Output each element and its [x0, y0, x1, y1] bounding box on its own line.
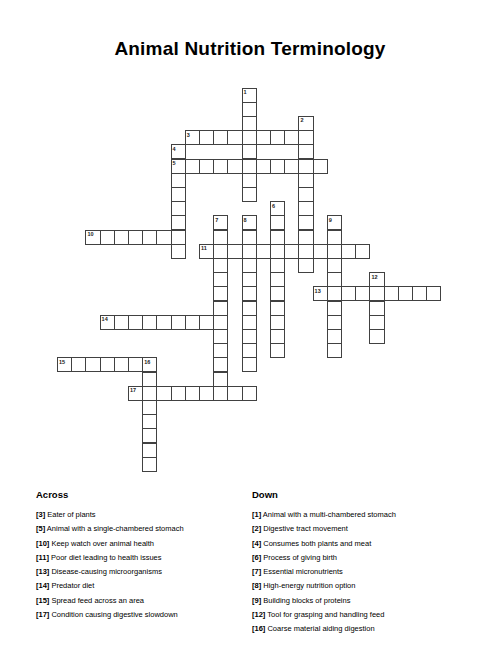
cell-r12-c17[interactable] — [298, 258, 313, 273]
cell-r16-c10[interactable] — [199, 315, 214, 330]
cell-r14-c13[interactable] — [242, 286, 257, 301]
cell-r7-c8[interactable] — [171, 187, 186, 202]
cell-r10-c4[interactable] — [114, 230, 129, 245]
cell-r5-c13[interactable] — [242, 159, 257, 174]
cell-r22-c6[interactable] — [142, 400, 157, 415]
cell-r10-c2[interactable] — [85, 230, 100, 245]
cell-r17-c22[interactable] — [369, 329, 384, 344]
down-clue-list: [1] Animal with a multi-chambered stomac… — [252, 508, 396, 637]
cell-r5-c17[interactable] — [298, 159, 313, 174]
cell-r11-c14[interactable] — [256, 244, 271, 259]
cell-r16-c15[interactable] — [270, 315, 285, 330]
cell-r21-c6[interactable] — [142, 386, 157, 401]
cell-r19-c3[interactable] — [100, 357, 115, 372]
cell-r9-c19[interactable] — [327, 215, 342, 230]
cell-r9-c13[interactable] — [242, 215, 257, 230]
cell-r17-c15[interactable] — [270, 329, 285, 344]
cell-r16-c7[interactable] — [156, 315, 171, 330]
cell-r15-c13[interactable] — [242, 301, 257, 316]
cell-r9-c15[interactable] — [270, 215, 285, 230]
down-clue-number-label: [9] — [252, 596, 261, 605]
cell-r20-c11[interactable] — [213, 372, 228, 387]
cell-r14-c22[interactable] — [369, 286, 384, 301]
cell-r12-c15[interactable] — [270, 258, 285, 273]
down-clue-2: [2] Digestive tract movement — [252, 522, 396, 536]
across-clue-number-label: [3] — [36, 510, 45, 519]
down-clue-number-label: [6] — [252, 553, 261, 562]
across-clue-11: [11] Poor diet leading to health issues — [36, 551, 184, 565]
cell-r13-c19[interactable] — [327, 272, 342, 287]
cell-r14-c24[interactable] — [398, 286, 413, 301]
cell-r3-c16[interactable] — [284, 130, 299, 145]
cell-r23-c6[interactable] — [142, 414, 157, 429]
cell-r14-c18[interactable] — [313, 286, 328, 301]
cell-r19-c5[interactable] — [128, 357, 143, 372]
cell-r10-c11[interactable] — [213, 230, 228, 245]
down-clue-16: [16] Coarse material aiding digestion — [252, 622, 396, 636]
cell-r12-c11[interactable] — [213, 258, 228, 273]
across-clues-section: Across [3] Eater of plants[5] Animal wit… — [36, 489, 184, 622]
down-clue-number-label: [2] — [252, 524, 261, 533]
down-clue-9: [9] Building blocks of proteins — [252, 594, 396, 608]
cell-r16-c5[interactable] — [128, 315, 143, 330]
cell-r19-c2[interactable] — [85, 357, 100, 372]
across-clue-number-label: [5] — [36, 524, 45, 533]
cell-r9-c17[interactable] — [298, 215, 313, 230]
cell-r16-c4[interactable] — [114, 315, 129, 330]
cell-r20-c6[interactable] — [142, 372, 157, 387]
cell-r25-c6[interactable] — [142, 443, 157, 458]
cell-r3-c15[interactable] — [270, 130, 285, 145]
down-clue-7: [7] Essential micronutrients — [252, 565, 396, 579]
cell-r14-c26[interactable] — [426, 286, 441, 301]
across-clue-17: [17] Condition causing digestive slowdow… — [36, 608, 184, 622]
cell-r13-c22[interactable] — [369, 272, 384, 287]
cell-r15-c15[interactable] — [270, 301, 285, 316]
cell-r14-c20[interactable] — [341, 286, 356, 301]
cell-r10-c7[interactable] — [156, 230, 171, 245]
cell-r9-c8[interactable] — [171, 215, 186, 230]
cell-r11-c21[interactable] — [355, 244, 370, 259]
cell-r16-c8[interactable] — [171, 315, 186, 330]
cell-r21-c10[interactable] — [199, 386, 214, 401]
cell-r5-c11[interactable] — [213, 159, 228, 174]
cell-r14-c21[interactable] — [355, 286, 370, 301]
cell-r21-c13[interactable] — [242, 386, 257, 401]
cell-r5-c9[interactable] — [185, 159, 200, 174]
cell-r19-c11[interactable] — [213, 357, 228, 372]
cell-r26-c6[interactable] — [142, 457, 157, 472]
crossword-page: Animal Nutrition Terminology 12345678910… — [0, 0, 500, 647]
across-clue-number-label: [17] — [36, 610, 49, 619]
across-clue-3: [3] Eater of plants — [36, 508, 184, 522]
cell-r21-c12[interactable] — [227, 386, 242, 401]
cell-r5-c16[interactable] — [284, 159, 299, 174]
cell-r15-c11[interactable] — [213, 301, 228, 316]
down-clue-6: [6] Process of giving birth — [252, 551, 396, 565]
down-clue-4: [4] Consumes both plants and meat — [252, 537, 396, 551]
cell-r18-c13[interactable] — [242, 343, 257, 358]
cell-r1-c13[interactable] — [242, 102, 257, 117]
across-clue-13: [13] Disease-causing microorganisms — [36, 565, 184, 579]
cell-r16-c3[interactable] — [100, 315, 115, 330]
cell-r14-c15[interactable] — [270, 286, 285, 301]
across-clue-5: [5] Animal with a single-chambered stoma… — [36, 522, 184, 536]
cell-r7-c17[interactable] — [298, 187, 313, 202]
cell-r13-c15[interactable] — [270, 272, 285, 287]
cell-r3-c12[interactable] — [227, 130, 242, 145]
cell-r16-c9[interactable] — [185, 315, 200, 330]
cell-r16-c19[interactable] — [327, 315, 342, 330]
cell-r12-c13[interactable] — [242, 258, 257, 273]
cell-r10-c17[interactable] — [298, 230, 313, 245]
across-clue-number-label: [10] — [36, 539, 49, 548]
cell-r16-c22[interactable] — [369, 315, 384, 330]
across-clue-number-label: [14] — [36, 581, 49, 590]
cell-r21-c5[interactable] — [128, 386, 143, 401]
cell-r3-c14[interactable] — [256, 130, 271, 145]
cell-r3-c10[interactable] — [199, 130, 214, 145]
across-header: Across — [36, 489, 184, 500]
down-header: Down — [252, 489, 396, 500]
down-clue-number-label: [16] — [252, 624, 265, 633]
cell-r11-c19[interactable] — [327, 244, 342, 259]
cell-r19-c4[interactable] — [114, 357, 129, 372]
cell-r11-c10[interactable] — [199, 244, 214, 259]
cell-r4-c8[interactable] — [171, 144, 186, 159]
cell-r18-c19[interactable] — [327, 343, 342, 358]
cell-r19-c0[interactable] — [57, 357, 72, 372]
cell-r11-c18[interactable] — [313, 244, 328, 259]
cell-r5-c12[interactable] — [227, 159, 242, 174]
cell-r4-c13[interactable] — [242, 144, 257, 159]
cell-r5-c10[interactable] — [199, 159, 214, 174]
cell-r10-c8[interactable] — [171, 230, 186, 245]
cell-r6-c17[interactable] — [298, 173, 313, 188]
cell-r10-c19[interactable] — [327, 230, 342, 245]
cell-r11-c11[interactable] — [213, 244, 228, 259]
across-clue-10: [10] Keep watch over animal health — [36, 537, 184, 551]
across-clue-14: [14] Predator diet — [36, 579, 184, 593]
down-clue-12: [12] Tool for grasping and handling feed — [252, 608, 396, 622]
cell-r14-c25[interactable] — [412, 286, 427, 301]
cell-r15-c19[interactable] — [327, 301, 342, 316]
cell-r6-c13[interactable] — [242, 173, 257, 188]
cell-r0-c13[interactable] — [242, 88, 257, 103]
cell-r3-c13[interactable] — [242, 130, 257, 145]
cell-r19-c1[interactable] — [71, 357, 86, 372]
cell-r5-c18[interactable] — [313, 159, 328, 174]
down-clue-number-label: [4] — [252, 539, 261, 548]
cell-r10-c6[interactable] — [142, 230, 157, 245]
cell-r12-c19[interactable] — [327, 258, 342, 273]
cell-r14-c11[interactable] — [213, 286, 228, 301]
down-clue-number-label: [12] — [252, 610, 265, 619]
cell-r7-c13[interactable] — [242, 187, 257, 202]
cell-r21-c11[interactable] — [213, 386, 228, 401]
cell-r11-c12[interactable] — [227, 244, 242, 259]
cell-r19-c6[interactable] — [142, 357, 157, 372]
cell-r5-c14[interactable] — [256, 159, 271, 174]
down-clue-8: [8] High-energy nutrition option — [252, 579, 396, 593]
cell-r18-c11[interactable] — [213, 343, 228, 358]
cell-r17-c19[interactable] — [327, 329, 342, 344]
cell-r3-c11[interactable] — [213, 130, 228, 145]
cell-r19-c13[interactable] — [242, 357, 257, 372]
cell-r10-c3[interactable] — [100, 230, 115, 245]
cell-r21-c9[interactable] — [185, 386, 200, 401]
cell-r18-c15[interactable] — [270, 343, 285, 358]
cell-r8-c8[interactable] — [171, 201, 186, 216]
cell-r8-c15[interactable] — [270, 201, 285, 216]
cell-r11-c15[interactable] — [270, 244, 285, 259]
cell-r11-c8[interactable] — [171, 244, 186, 259]
cell-r24-c6[interactable] — [142, 428, 157, 443]
crossword-grid: 1234567891011121314151617 — [0, 0, 500, 500]
cell-r11-c20[interactable] — [341, 244, 356, 259]
across-clue-list: [3] Eater of plants[5] Animal with a sin… — [36, 508, 184, 622]
cell-r14-c19[interactable] — [327, 286, 342, 301]
cell-r10-c13[interactable] — [242, 230, 257, 245]
across-clue-number-label: [11] — [36, 553, 49, 562]
across-clue-number-label: [13] — [36, 567, 49, 576]
cell-r17-c13[interactable] — [242, 329, 257, 344]
down-clue-number-label: [7] — [252, 567, 261, 576]
cell-r9-c11[interactable] — [213, 215, 228, 230]
down-clue-1: [1] Animal with a multi-chambered stomac… — [252, 508, 396, 522]
cell-r14-c23[interactable] — [384, 286, 399, 301]
cell-r2-c13[interactable] — [242, 116, 257, 131]
cell-r16-c13[interactable] — [242, 315, 257, 330]
cell-r8-c17[interactable] — [298, 201, 313, 216]
cell-r21-c8[interactable] — [171, 386, 186, 401]
cell-r16-c6[interactable] — [142, 315, 157, 330]
down-clue-number-label: [1] — [252, 510, 261, 519]
cell-r2-c17[interactable] — [298, 116, 313, 131]
down-clue-number-label: [8] — [252, 581, 261, 590]
down-clues-section: Down [1] Animal with a multi-chambered s… — [252, 489, 396, 637]
across-clue-15: [15] Spread feed across an area — [36, 594, 184, 608]
cell-r11-c16[interactable] — [284, 244, 299, 259]
cell-r3-c9[interactable] — [185, 130, 200, 145]
cell-r10-c15[interactable] — [270, 230, 285, 245]
cell-r11-c17[interactable] — [298, 244, 313, 259]
cell-r3-c17[interactable] — [298, 130, 313, 145]
cell-r15-c22[interactable] — [369, 301, 384, 316]
cell-r13-c13[interactable] — [242, 272, 257, 287]
cell-r5-c15[interactable] — [270, 159, 285, 174]
cell-r10-c5[interactable] — [128, 230, 143, 245]
cell-r21-c7[interactable] — [156, 386, 171, 401]
cell-r11-c13[interactable] — [242, 244, 257, 259]
cell-r16-c11[interactable] — [213, 315, 228, 330]
cell-r5-c8[interactable] — [171, 159, 186, 174]
cell-r17-c11[interactable] — [213, 329, 228, 344]
cell-r4-c17[interactable] — [298, 144, 313, 159]
cell-r6-c8[interactable] — [171, 173, 186, 188]
across-clue-number-label: [15] — [36, 596, 49, 605]
cell-r13-c11[interactable] — [213, 272, 228, 287]
